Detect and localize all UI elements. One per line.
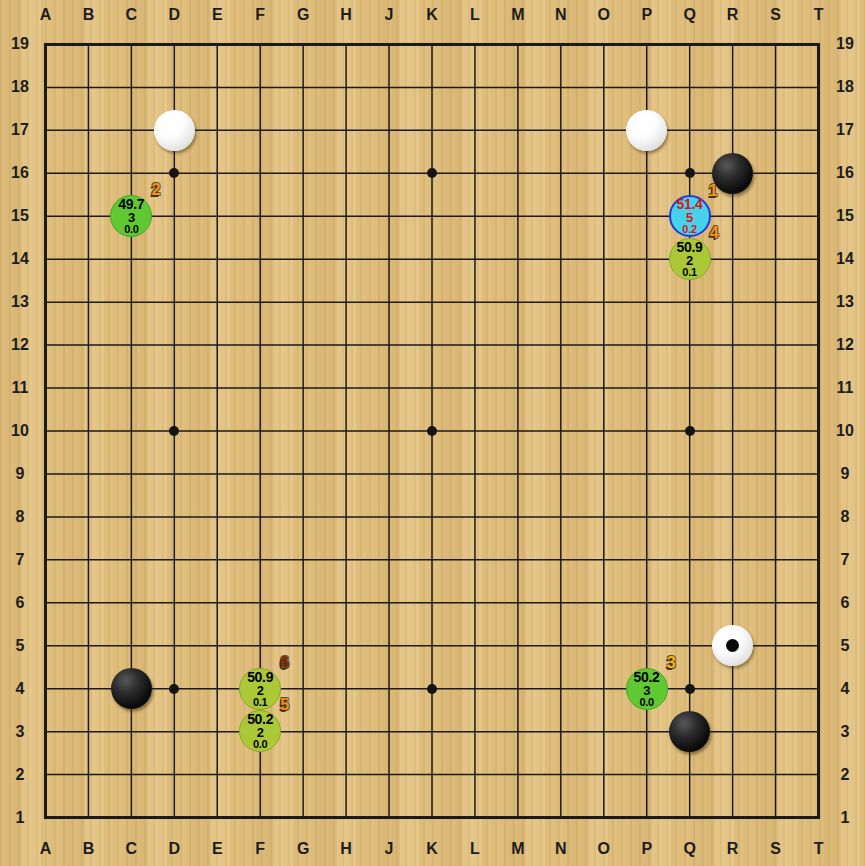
- intersection-G12[interactable]: [282, 324, 325, 367]
- intersection-P6[interactable]: [625, 581, 668, 624]
- intersection-G10[interactable]: [282, 409, 325, 452]
- intersection-C19[interactable]: [110, 23, 153, 66]
- intersection-D4[interactable]: [153, 667, 196, 710]
- intersection-T2[interactable]: [797, 753, 840, 796]
- intersection-Q11[interactable]: [668, 367, 711, 410]
- intersection-R19[interactable]: [711, 23, 754, 66]
- intersection-M11[interactable]: [496, 367, 539, 410]
- intersection-T5[interactable]: [797, 624, 840, 667]
- intersection-B16[interactable]: [67, 152, 110, 195]
- intersection-O10[interactable]: [582, 409, 625, 452]
- intersection-M6[interactable]: [496, 581, 539, 624]
- intersection-P11[interactable]: [625, 367, 668, 410]
- intersection-B4[interactable]: [67, 667, 110, 710]
- intersection-K17[interactable]: [410, 109, 453, 152]
- intersection-N15[interactable]: [539, 195, 582, 238]
- intersection-F17[interactable]: [239, 109, 282, 152]
- intersection-N3[interactable]: [539, 710, 582, 753]
- intersection-D5[interactable]: [153, 624, 196, 667]
- intersection-E12[interactable]: [196, 324, 239, 367]
- intersection-R11[interactable]: [711, 367, 754, 410]
- intersection-T15[interactable]: [797, 195, 840, 238]
- intersection-N6[interactable]: [539, 581, 582, 624]
- intersection-G16[interactable]: [282, 152, 325, 195]
- intersection-C6[interactable]: [110, 581, 153, 624]
- intersection-K8[interactable]: [410, 495, 453, 538]
- intersection-R13[interactable]: [711, 281, 754, 324]
- intersection-A3[interactable]: [24, 710, 67, 753]
- intersection-P17[interactable]: [625, 109, 668, 152]
- intersection-B18[interactable]: [67, 66, 110, 109]
- intersection-P2[interactable]: [625, 753, 668, 796]
- intersection-T4[interactable]: [797, 667, 840, 710]
- intersection-O19[interactable]: [582, 23, 625, 66]
- intersection-S1[interactable]: [754, 796, 797, 839]
- intersection-M2[interactable]: [496, 753, 539, 796]
- intersection-B7[interactable]: [67, 538, 110, 581]
- intersection-P19[interactable]: [625, 23, 668, 66]
- intersection-K4[interactable]: [410, 667, 453, 710]
- intersection-C13[interactable]: [110, 281, 153, 324]
- intersection-F3[interactable]: 50.220.05: [239, 710, 282, 753]
- intersection-N10[interactable]: [539, 409, 582, 452]
- intersection-T6[interactable]: [797, 581, 840, 624]
- intersection-Q10[interactable]: [668, 409, 711, 452]
- intersection-Q14[interactable]: 50.920.14: [668, 238, 711, 281]
- intersection-B10[interactable]: [67, 409, 110, 452]
- intersection-A11[interactable]: [24, 367, 67, 410]
- intersection-P4[interactable]: 50.230.03: [625, 667, 668, 710]
- intersection-E6[interactable]: [196, 581, 239, 624]
- intersection-C2[interactable]: [110, 753, 153, 796]
- intersection-Q9[interactable]: [668, 452, 711, 495]
- intersection-H5[interactable]: [325, 624, 368, 667]
- intersection-T9[interactable]: [797, 452, 840, 495]
- intersection-K16[interactable]: [410, 152, 453, 195]
- intersection-A12[interactable]: [24, 324, 67, 367]
- intersection-F15[interactable]: [239, 195, 282, 238]
- intersection-J19[interactable]: [368, 23, 411, 66]
- intersection-B13[interactable]: [67, 281, 110, 324]
- intersection-C12[interactable]: [110, 324, 153, 367]
- candidate-move-C15[interactable]: 49.730.02: [110, 195, 152, 237]
- intersection-S10[interactable]: [754, 409, 797, 452]
- intersection-J11[interactable]: [368, 367, 411, 410]
- intersection-O14[interactable]: [582, 238, 625, 281]
- intersection-P8[interactable]: [625, 495, 668, 538]
- intersection-F12[interactable]: [239, 324, 282, 367]
- candidate-move-Q14[interactable]: 50.920.14: [669, 238, 711, 280]
- intersection-C7[interactable]: [110, 538, 153, 581]
- intersection-Q17[interactable]: [668, 109, 711, 152]
- intersection-L18[interactable]: [453, 66, 496, 109]
- intersection-P12[interactable]: [625, 324, 668, 367]
- intersection-T16[interactable]: [797, 152, 840, 195]
- intersection-E10[interactable]: [196, 409, 239, 452]
- intersection-E5[interactable]: [196, 624, 239, 667]
- intersection-P15[interactable]: [625, 195, 668, 238]
- intersection-C8[interactable]: [110, 495, 153, 538]
- intersection-S16[interactable]: [754, 152, 797, 195]
- intersection-T12[interactable]: [797, 324, 840, 367]
- intersection-S9[interactable]: [754, 452, 797, 495]
- intersection-E15[interactable]: [196, 195, 239, 238]
- intersection-B1[interactable]: [67, 796, 110, 839]
- intersection-G17[interactable]: [282, 109, 325, 152]
- intersection-J10[interactable]: [368, 409, 411, 452]
- intersection-E18[interactable]: [196, 66, 239, 109]
- intersection-B2[interactable]: [67, 753, 110, 796]
- intersection-N9[interactable]: [539, 452, 582, 495]
- intersection-D7[interactable]: [153, 538, 196, 581]
- intersection-D8[interactable]: [153, 495, 196, 538]
- intersection-L19[interactable]: [453, 23, 496, 66]
- intersection-F5[interactable]: [239, 624, 282, 667]
- intersection-D1[interactable]: [153, 796, 196, 839]
- intersection-G14[interactable]: [282, 238, 325, 281]
- intersection-S2[interactable]: [754, 753, 797, 796]
- intersection-G3[interactable]: [282, 710, 325, 753]
- intersection-S13[interactable]: [754, 281, 797, 324]
- intersection-R17[interactable]: [711, 109, 754, 152]
- intersection-A7[interactable]: [24, 538, 67, 581]
- intersection-O12[interactable]: [582, 324, 625, 367]
- intersection-F6[interactable]: [239, 581, 282, 624]
- intersection-E4[interactable]: [196, 667, 239, 710]
- intersection-S18[interactable]: [754, 66, 797, 109]
- intersection-J17[interactable]: [368, 109, 411, 152]
- intersection-F14[interactable]: [239, 238, 282, 281]
- intersection-O2[interactable]: [582, 753, 625, 796]
- intersection-K10[interactable]: [410, 409, 453, 452]
- intersection-L8[interactable]: [453, 495, 496, 538]
- intersection-M15[interactable]: [496, 195, 539, 238]
- intersection-C15[interactable]: 49.730.02: [110, 195, 153, 238]
- intersection-D17[interactable]: [153, 109, 196, 152]
- intersection-M4[interactable]: [496, 667, 539, 710]
- intersection-Q1[interactable]: [668, 796, 711, 839]
- candidate-move-P4[interactable]: 50.230.03: [626, 668, 668, 710]
- intersection-O16[interactable]: [582, 152, 625, 195]
- intersection-R3[interactable]: [711, 710, 754, 753]
- intersection-S14[interactable]: [754, 238, 797, 281]
- intersection-G6[interactable]: [282, 581, 325, 624]
- intersection-L13[interactable]: [453, 281, 496, 324]
- intersection-E8[interactable]: [196, 495, 239, 538]
- intersection-Q12[interactable]: [668, 324, 711, 367]
- intersection-J9[interactable]: [368, 452, 411, 495]
- intersection-S17[interactable]: [754, 109, 797, 152]
- intersection-F16[interactable]: [239, 152, 282, 195]
- intersection-T1[interactable]: [797, 796, 840, 839]
- intersection-L6[interactable]: [453, 581, 496, 624]
- intersection-O13[interactable]: [582, 281, 625, 324]
- intersection-L2[interactable]: [453, 753, 496, 796]
- intersection-K9[interactable]: [410, 452, 453, 495]
- intersection-N14[interactable]: [539, 238, 582, 281]
- intersection-P5[interactable]: [625, 624, 668, 667]
- intersection-C14[interactable]: [110, 238, 153, 281]
- intersection-D10[interactable]: [153, 409, 196, 452]
- intersection-O15[interactable]: [582, 195, 625, 238]
- intersection-F7[interactable]: [239, 538, 282, 581]
- intersection-A9[interactable]: [24, 452, 67, 495]
- intersection-B11[interactable]: [67, 367, 110, 410]
- intersection-B15[interactable]: [67, 195, 110, 238]
- intersection-M9[interactable]: [496, 452, 539, 495]
- intersection-O7[interactable]: [582, 538, 625, 581]
- intersection-M14[interactable]: [496, 238, 539, 281]
- intersection-J16[interactable]: [368, 152, 411, 195]
- intersection-G13[interactable]: [282, 281, 325, 324]
- intersection-F2[interactable]: [239, 753, 282, 796]
- intersection-J14[interactable]: [368, 238, 411, 281]
- intersection-L11[interactable]: [453, 367, 496, 410]
- intersection-D14[interactable]: [153, 238, 196, 281]
- intersection-O6[interactable]: [582, 581, 625, 624]
- intersection-N11[interactable]: [539, 367, 582, 410]
- intersection-L1[interactable]: [453, 796, 496, 839]
- intersection-P3[interactable]: [625, 710, 668, 753]
- intersection-A5[interactable]: [24, 624, 67, 667]
- intersection-S7[interactable]: [754, 538, 797, 581]
- intersection-G15[interactable]: [282, 195, 325, 238]
- intersection-A8[interactable]: [24, 495, 67, 538]
- intersection-P13[interactable]: [625, 281, 668, 324]
- intersection-M3[interactable]: [496, 710, 539, 753]
- intersection-Q13[interactable]: [668, 281, 711, 324]
- intersection-S3[interactable]: [754, 710, 797, 753]
- intersection-E3[interactable]: [196, 710, 239, 753]
- intersection-O9[interactable]: [582, 452, 625, 495]
- intersection-D12[interactable]: [153, 324, 196, 367]
- intersection-A19[interactable]: [24, 23, 67, 66]
- intersection-R2[interactable]: [711, 753, 754, 796]
- intersection-S19[interactable]: [754, 23, 797, 66]
- intersection-L16[interactable]: [453, 152, 496, 195]
- intersection-T10[interactable]: [797, 409, 840, 452]
- intersection-O11[interactable]: [582, 367, 625, 410]
- intersection-T19[interactable]: [797, 23, 840, 66]
- intersection-H17[interactable]: [325, 109, 368, 152]
- intersection-L10[interactable]: [453, 409, 496, 452]
- intersection-O4[interactable]: [582, 667, 625, 710]
- intersection-F18[interactable]: [239, 66, 282, 109]
- intersection-J5[interactable]: [368, 624, 411, 667]
- intersection-L9[interactable]: [453, 452, 496, 495]
- intersection-K2[interactable]: [410, 753, 453, 796]
- intersection-R12[interactable]: [711, 324, 754, 367]
- intersection-H19[interactable]: [325, 23, 368, 66]
- intersection-Q15[interactable]: 51.450.21: [668, 195, 711, 238]
- candidate-move-F3[interactable]: 50.220.05: [239, 710, 281, 752]
- intersection-M8[interactable]: [496, 495, 539, 538]
- candidate-move-Q15[interactable]: 51.450.21: [669, 195, 711, 237]
- intersection-E1[interactable]: [196, 796, 239, 839]
- intersection-H4[interactable]: [325, 667, 368, 710]
- intersection-N19[interactable]: [539, 23, 582, 66]
- intersection-N7[interactable]: [539, 538, 582, 581]
- intersection-H8[interactable]: [325, 495, 368, 538]
- intersection-N16[interactable]: [539, 152, 582, 195]
- intersection-P9[interactable]: [625, 452, 668, 495]
- intersection-K18[interactable]: [410, 66, 453, 109]
- intersection-G8[interactable]: [282, 495, 325, 538]
- intersection-M13[interactable]: [496, 281, 539, 324]
- intersection-F19[interactable]: [239, 23, 282, 66]
- intersection-K19[interactable]: [410, 23, 453, 66]
- intersection-E14[interactable]: [196, 238, 239, 281]
- intersection-Q7[interactable]: [668, 538, 711, 581]
- intersection-T7[interactable]: [797, 538, 840, 581]
- intersection-E19[interactable]: [196, 23, 239, 66]
- intersection-D9[interactable]: [153, 452, 196, 495]
- intersection-D3[interactable]: [153, 710, 196, 753]
- intersection-O1[interactable]: [582, 796, 625, 839]
- intersection-T17[interactable]: [797, 109, 840, 152]
- intersection-O18[interactable]: [582, 66, 625, 109]
- intersection-J8[interactable]: [368, 495, 411, 538]
- intersection-T13[interactable]: [797, 281, 840, 324]
- intersection-T8[interactable]: [797, 495, 840, 538]
- intersection-C18[interactable]: [110, 66, 153, 109]
- intersection-D13[interactable]: [153, 281, 196, 324]
- intersection-Q19[interactable]: [668, 23, 711, 66]
- intersection-C10[interactable]: [110, 409, 153, 452]
- intersection-H9[interactable]: [325, 452, 368, 495]
- intersection-T14[interactable]: [797, 238, 840, 281]
- intersection-S15[interactable]: [754, 195, 797, 238]
- intersection-R10[interactable]: [711, 409, 754, 452]
- intersection-P10[interactable]: [625, 409, 668, 452]
- intersection-S6[interactable]: [754, 581, 797, 624]
- intersection-Q16[interactable]: [668, 152, 711, 195]
- intersection-R9[interactable]: [711, 452, 754, 495]
- intersection-L15[interactable]: [453, 195, 496, 238]
- intersection-G19[interactable]: [282, 23, 325, 66]
- intersection-L14[interactable]: [453, 238, 496, 281]
- intersection-H11[interactable]: [325, 367, 368, 410]
- intersection-L17[interactable]: [453, 109, 496, 152]
- intersection-K12[interactable]: [410, 324, 453, 367]
- intersection-B14[interactable]: [67, 238, 110, 281]
- intersection-H13[interactable]: [325, 281, 368, 324]
- intersection-F4[interactable]: 50.920.16: [239, 667, 282, 710]
- intersection-P18[interactable]: [625, 66, 668, 109]
- intersection-K7[interactable]: [410, 538, 453, 581]
- intersection-A2[interactable]: [24, 753, 67, 796]
- intersection-L12[interactable]: [453, 324, 496, 367]
- intersection-K14[interactable]: [410, 238, 453, 281]
- intersection-H6[interactable]: [325, 581, 368, 624]
- intersection-A17[interactable]: [24, 109, 67, 152]
- intersection-M12[interactable]: [496, 324, 539, 367]
- intersection-Q2[interactable]: [668, 753, 711, 796]
- intersection-D18[interactable]: [153, 66, 196, 109]
- intersection-K3[interactable]: [410, 710, 453, 753]
- intersection-T18[interactable]: [797, 66, 840, 109]
- intersection-C17[interactable]: [110, 109, 153, 152]
- intersection-B5[interactable]: [67, 624, 110, 667]
- intersection-J3[interactable]: [368, 710, 411, 753]
- intersection-F1[interactable]: [239, 796, 282, 839]
- intersection-C1[interactable]: [110, 796, 153, 839]
- intersection-D19[interactable]: [153, 23, 196, 66]
- intersection-M19[interactable]: [496, 23, 539, 66]
- intersection-B6[interactable]: [67, 581, 110, 624]
- intersection-B12[interactable]: [67, 324, 110, 367]
- intersection-G7[interactable]: [282, 538, 325, 581]
- intersection-R5[interactable]: [711, 624, 754, 667]
- intersection-M18[interactable]: [496, 66, 539, 109]
- intersection-C16[interactable]: [110, 152, 153, 195]
- intersection-N8[interactable]: [539, 495, 582, 538]
- intersection-F11[interactable]: [239, 367, 282, 410]
- intersection-Q8[interactable]: [668, 495, 711, 538]
- intersection-Q6[interactable]: [668, 581, 711, 624]
- intersection-J1[interactable]: [368, 796, 411, 839]
- intersection-R7[interactable]: [711, 538, 754, 581]
- intersection-F10[interactable]: [239, 409, 282, 452]
- intersection-E9[interactable]: [196, 452, 239, 495]
- intersection-O17[interactable]: [582, 109, 625, 152]
- intersection-A13[interactable]: [24, 281, 67, 324]
- intersection-H1[interactable]: [325, 796, 368, 839]
- intersection-A14[interactable]: [24, 238, 67, 281]
- intersection-H3[interactable]: [325, 710, 368, 753]
- intersection-N1[interactable]: [539, 796, 582, 839]
- intersection-N5[interactable]: [539, 624, 582, 667]
- intersection-H18[interactable]: [325, 66, 368, 109]
- intersection-G11[interactable]: [282, 367, 325, 410]
- intersection-P16[interactable]: [625, 152, 668, 195]
- intersection-R4[interactable]: [711, 667, 754, 710]
- intersection-K6[interactable]: [410, 581, 453, 624]
- intersection-L4[interactable]: [453, 667, 496, 710]
- intersection-B9[interactable]: [67, 452, 110, 495]
- intersection-K13[interactable]: [410, 281, 453, 324]
- intersection-H7[interactable]: [325, 538, 368, 581]
- intersection-G1[interactable]: [282, 796, 325, 839]
- intersection-P7[interactable]: [625, 538, 668, 581]
- intersection-A10[interactable]: [24, 409, 67, 452]
- intersection-M10[interactable]: [496, 409, 539, 452]
- intersection-C9[interactable]: [110, 452, 153, 495]
- intersection-J12[interactable]: [368, 324, 411, 367]
- intersection-S8[interactable]: [754, 495, 797, 538]
- intersection-N17[interactable]: [539, 109, 582, 152]
- intersection-H10[interactable]: [325, 409, 368, 452]
- intersection-F8[interactable]: [239, 495, 282, 538]
- intersection-L7[interactable]: [453, 538, 496, 581]
- intersection-F9[interactable]: [239, 452, 282, 495]
- intersection-D6[interactable]: [153, 581, 196, 624]
- intersection-E2[interactable]: [196, 753, 239, 796]
- intersection-N18[interactable]: [539, 66, 582, 109]
- intersection-N12[interactable]: [539, 324, 582, 367]
- intersection-R18[interactable]: [711, 66, 754, 109]
- intersection-P14[interactable]: [625, 238, 668, 281]
- intersection-A6[interactable]: [24, 581, 67, 624]
- intersection-B3[interactable]: [67, 710, 110, 753]
- intersection-H14[interactable]: [325, 238, 368, 281]
- intersection-D11[interactable]: [153, 367, 196, 410]
- intersection-J15[interactable]: [368, 195, 411, 238]
- intersection-M16[interactable]: [496, 152, 539, 195]
- intersection-K1[interactable]: [410, 796, 453, 839]
- intersection-H16[interactable]: [325, 152, 368, 195]
- intersection-B8[interactable]: [67, 495, 110, 538]
